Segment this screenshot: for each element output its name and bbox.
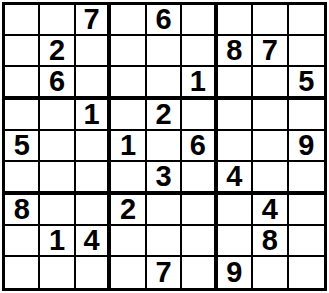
cell-r2c8: 7 <box>253 36 288 67</box>
given-digit: 9 <box>226 258 242 287</box>
cell-r2c3[interactable] <box>76 36 111 67</box>
cell-r1c3: 7 <box>76 5 111 36</box>
cell-r2c6[interactable] <box>182 36 217 67</box>
cell-r1c1[interactable] <box>5 5 40 36</box>
cell-r2c5[interactable] <box>147 36 182 67</box>
cell-r1c9[interactable] <box>289 5 324 36</box>
given-digit: 6 <box>49 67 65 96</box>
given-digit: 8 <box>226 36 242 65</box>
cell-r6c8[interactable] <box>253 162 288 195</box>
given-digit: 6 <box>190 131 206 160</box>
cell-r7c9[interactable] <box>289 195 324 226</box>
cell-r3c5[interactable] <box>147 67 182 100</box>
cell-r5c1: 5 <box>5 131 40 162</box>
cell-r2c2: 2 <box>40 36 75 67</box>
cell-r2c7: 8 <box>218 36 253 67</box>
given-digit: 7 <box>155 258 171 287</box>
cell-r2c9[interactable] <box>289 36 324 67</box>
cell-r4c7[interactable] <box>218 100 253 131</box>
cell-r5c8[interactable] <box>253 131 288 162</box>
given-digit: 6 <box>155 5 171 34</box>
cell-r5c9: 9 <box>289 131 324 162</box>
cell-r2c1[interactable] <box>5 36 40 67</box>
cell-r6c9[interactable] <box>289 162 324 195</box>
cell-r9c6[interactable] <box>182 257 217 288</box>
cell-r1c7[interactable] <box>218 5 253 36</box>
given-digit: 1 <box>49 226 65 255</box>
cell-r5c3[interactable] <box>76 131 111 162</box>
given-digit: 2 <box>120 195 136 224</box>
cell-r8c4[interactable] <box>111 226 146 257</box>
given-digit: 9 <box>298 131 314 160</box>
cell-r6c3[interactable] <box>76 162 111 195</box>
cell-r3c4[interactable] <box>111 67 146 100</box>
cell-r4c6[interactable] <box>182 100 217 131</box>
cell-r4c3: 1 <box>76 100 111 131</box>
cell-r9c2[interactable] <box>40 257 75 288</box>
given-digit: 1 <box>84 100 100 129</box>
cell-r9c3[interactable] <box>76 257 111 288</box>
cell-r1c2[interactable] <box>40 5 75 36</box>
cell-r4c1[interactable] <box>5 100 40 131</box>
cell-r9c7: 9 <box>218 257 253 288</box>
given-digit: 8 <box>262 226 278 255</box>
cell-r2c4[interactable] <box>111 36 146 67</box>
cell-r4c8[interactable] <box>253 100 288 131</box>
cell-r7c4: 2 <box>111 195 146 226</box>
cell-r4c9[interactable] <box>289 100 324 131</box>
cell-r8c2: 1 <box>40 226 75 257</box>
given-digit: 8 <box>14 195 30 224</box>
cell-r6c1[interactable] <box>5 162 40 195</box>
given-digit: 5 <box>14 131 30 160</box>
cell-r6c2[interactable] <box>40 162 75 195</box>
cell-r7c2[interactable] <box>40 195 75 226</box>
given-digit: 2 <box>155 100 171 129</box>
cell-r8c6[interactable] <box>182 226 217 257</box>
cell-r6c7: 4 <box>218 162 253 195</box>
given-digit: 4 <box>226 162 242 191</box>
cell-r9c4[interactable] <box>111 257 146 288</box>
cell-r1c6[interactable] <box>182 5 217 36</box>
cell-r3c2: 6 <box>40 67 75 100</box>
cell-r7c1: 8 <box>5 195 40 226</box>
given-digit: 7 <box>262 36 278 65</box>
cell-r3c3[interactable] <box>76 67 111 100</box>
cell-r5c5[interactable] <box>147 131 182 162</box>
cell-r5c6: 6 <box>182 131 217 162</box>
cell-r3c9: 5 <box>289 67 324 100</box>
cell-r5c2[interactable] <box>40 131 75 162</box>
given-digit: 7 <box>84 5 100 34</box>
cell-r7c5[interactable] <box>147 195 182 226</box>
cell-r1c5: 6 <box>147 5 182 36</box>
cell-r4c5: 2 <box>147 100 182 131</box>
cell-r1c4[interactable] <box>111 5 146 36</box>
given-digit: 3 <box>155 162 171 191</box>
cell-r7c7[interactable] <box>218 195 253 226</box>
cell-r8c7[interactable] <box>218 226 253 257</box>
cell-r8c3: 4 <box>76 226 111 257</box>
sudoku-board: 762876151251693482414879 <box>2 2 327 291</box>
given-digit: 1 <box>120 131 136 160</box>
cell-r4c2[interactable] <box>40 100 75 131</box>
cell-r4c4[interactable] <box>111 100 146 131</box>
cell-r3c1[interactable] <box>5 67 40 100</box>
cell-r6c6[interactable] <box>182 162 217 195</box>
given-digit: 4 <box>262 195 278 224</box>
cell-r7c8: 4 <box>253 195 288 226</box>
cell-r9c1[interactable] <box>5 257 40 288</box>
cell-r8c9[interactable] <box>289 226 324 257</box>
cell-r8c1[interactable] <box>5 226 40 257</box>
cell-r6c4[interactable] <box>111 162 146 195</box>
cell-r7c3[interactable] <box>76 195 111 226</box>
cell-r1c8[interactable] <box>253 5 288 36</box>
given-digit: 5 <box>298 67 314 96</box>
cell-r8c5[interactable] <box>147 226 182 257</box>
cell-r3c6: 1 <box>182 67 217 100</box>
cell-r7c6[interactable] <box>182 195 217 226</box>
cell-r5c7[interactable] <box>218 131 253 162</box>
cell-r3c8[interactable] <box>253 67 288 100</box>
given-digit: 4 <box>84 226 100 255</box>
cell-r9c8[interactable] <box>253 257 288 288</box>
cell-r3c7[interactable] <box>218 67 253 100</box>
cell-r5c4: 1 <box>111 131 146 162</box>
given-digit: 1 <box>190 67 206 96</box>
given-digit: 2 <box>49 36 65 65</box>
cell-r9c9[interactable] <box>289 257 324 288</box>
cell-r6c5: 3 <box>147 162 182 195</box>
cell-r9c5: 7 <box>147 257 182 288</box>
cell-r8c8: 8 <box>253 226 288 257</box>
